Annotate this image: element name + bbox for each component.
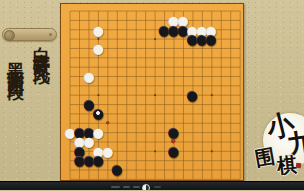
logo-red-seal-icon (296, 163, 302, 169)
black-color-label: 黑 (6, 49, 25, 51)
black-player-rank: 四段 (6, 67, 25, 71)
bar-text-faint (123, 186, 130, 188)
white-player-name: 李轩豪 (32, 40, 51, 46)
black-player-name: 胡子豪 (6, 56, 25, 62)
board-grid (61, 4, 243, 180)
black-player-label: 黑胡子豪四段 (4, 49, 26, 71)
pill-knob-icon (4, 30, 15, 41)
white-color-label: 白 (32, 33, 51, 35)
white-player-rank: 九段 (32, 51, 51, 55)
bar-text-faint (111, 186, 120, 188)
last-move-marker-icon (96, 111, 100, 115)
white-player-label: 白李轩豪九段 (30, 33, 52, 55)
bar-text-faint (133, 186, 140, 188)
danmaku-toggle-icon[interactable] (142, 184, 150, 191)
go-board[interactable]: ●●●●●●●●●●●●●●●●●●●●●●●●●●●●●●●● (60, 3, 244, 181)
logo-char-qi: 棋 (276, 154, 298, 176)
red-dot-marker-icon (106, 121, 110, 125)
player-control-bar[interactable] (0, 181, 304, 190)
logo-char-wei: 围 (253, 145, 276, 168)
red-dot-marker-icon (172, 139, 176, 143)
channel-logo: 小 九 围 棋 (255, 105, 304, 175)
bar-text-faint (154, 186, 161, 188)
video-frame: 白李轩豪九段 黑胡子豪四段 ●●●●●●●●●●●●●●●●●●●●●●●●●●… (0, 0, 304, 190)
